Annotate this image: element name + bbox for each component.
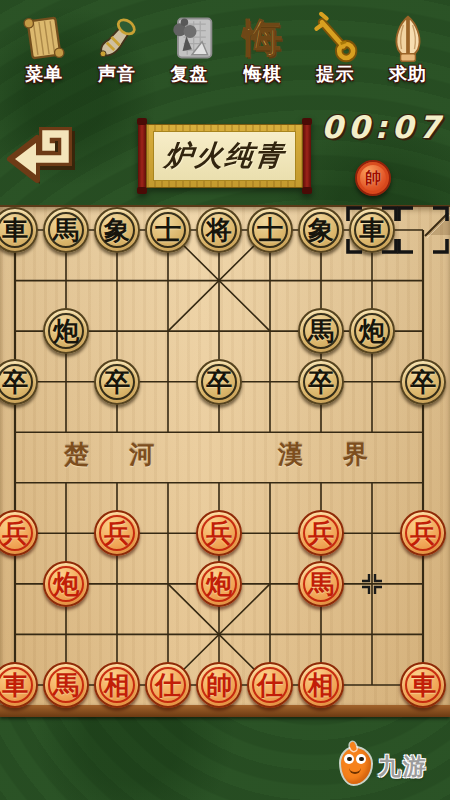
piece-char: 炮 [53, 571, 79, 597]
horn-icon [91, 10, 143, 66]
xiangqi-board[interactable]: 楚河 漢界 車馬象士将士象車炮馬炮卒卒卒卒卒兵兵兵兵兵炮炮馬車馬相仕帥仕相車 [0, 205, 450, 705]
piece-red-仕[interactable]: 仕 [145, 662, 191, 708]
piece-red-兵[interactable]: 兵 [196, 510, 242, 556]
piece-black-炮[interactable]: 炮 [349, 308, 395, 354]
piece-black-炮[interactable]: 炮 [43, 308, 89, 354]
piece-char: 兵 [2, 520, 28, 546]
piece-char: 炮 [206, 571, 232, 597]
piece-char: 兵 [104, 520, 130, 546]
piece-char: 車 [2, 672, 28, 698]
back-button[interactable] [6, 118, 84, 184]
piece-char: 兵 [206, 520, 232, 546]
piece-char: 卒 [206, 369, 232, 395]
piece-red-馬[interactable]: 馬 [43, 662, 89, 708]
sound-button[interactable]: 声音 [83, 10, 151, 86]
praying-hands-icon [382, 10, 434, 66]
piece-black-馬[interactable]: 馬 [298, 308, 344, 354]
piece-char: 象 [104, 217, 130, 243]
piece-red-相[interactable]: 相 [298, 662, 344, 708]
piece-char: 兵 [308, 520, 334, 546]
piece-char: 卒 [410, 369, 436, 395]
piece-char: 車 [410, 672, 436, 698]
piece-char: 車 [2, 217, 28, 243]
piece-black-士[interactable]: 士 [247, 207, 293, 253]
piece-char: 帥 [206, 672, 232, 698]
piece-char: 馬 [308, 318, 334, 344]
menu-label: 菜单 [25, 62, 63, 86]
piece-black-象[interactable]: 象 [298, 207, 344, 253]
undo-label: 悔棋 [243, 62, 281, 86]
piece-char: 仕 [155, 672, 181, 698]
piece-black-卒[interactable]: 卒 [196, 359, 242, 405]
regret-tile-icon: 悔 悔 [236, 10, 288, 66]
piece-char: 馬 [53, 672, 79, 698]
piece-red-仕[interactable]: 仕 [247, 662, 293, 708]
piece-black-卒[interactable]: 卒 [94, 359, 140, 405]
piece-black-卒[interactable]: 卒 [298, 359, 344, 405]
piece-char: 相 [308, 672, 334, 698]
piece-char: 炮 [53, 318, 79, 344]
replay-board-icon [164, 10, 216, 66]
level-title: 炉火纯青 [163, 137, 287, 175]
piece-char: 車 [359, 217, 385, 243]
piece-char: 馬 [308, 571, 334, 597]
piece-char: 将 [206, 217, 232, 243]
river-label-right: 漢界 [278, 438, 382, 471]
piece-red-兵[interactable]: 兵 [400, 510, 446, 556]
board-corner-fold [425, 213, 450, 238]
piece-red-車[interactable]: 車 [400, 662, 446, 708]
help-button[interactable]: 求助 [374, 10, 442, 86]
level-banner: 炉火纯青 [138, 121, 311, 191]
piece-black-馬[interactable]: 馬 [43, 207, 89, 253]
piece-red-馬[interactable]: 馬 [298, 561, 344, 607]
replay-button[interactable]: 复盘 [156, 10, 224, 86]
piece-char: 兵 [410, 520, 436, 546]
piece-char: 卒 [104, 369, 130, 395]
turn-indicator-char: 帥 [365, 168, 381, 189]
piece-black-車[interactable]: 車 [349, 207, 395, 253]
game-timer: 00:07 [295, 109, 445, 145]
piece-red-兵[interactable]: 兵 [94, 510, 140, 556]
hint-button[interactable]: 提示 [301, 10, 369, 86]
back-arrow-icon [6, 118, 84, 184]
piece-char: 卒 [2, 369, 28, 395]
jiuyou-mascot-icon [341, 748, 371, 784]
hint-label: 提示 [316, 62, 354, 86]
piece-red-相[interactable]: 相 [94, 662, 140, 708]
piece-char: 相 [104, 672, 130, 698]
toolbar: 菜单 声音 复盘 悔 悔 悔棋 [0, 10, 450, 86]
piece-black-将[interactable]: 将 [196, 207, 242, 253]
banner-left-roller [138, 121, 146, 191]
key-icon [309, 10, 361, 66]
piece-char: 馬 [53, 217, 79, 243]
sound-label: 声音 [98, 62, 136, 86]
scroll-icon [18, 10, 70, 66]
piece-red-兵[interactable]: 兵 [298, 510, 344, 556]
piece-black-士[interactable]: 士 [145, 207, 191, 253]
piece-char: 象 [308, 217, 334, 243]
banner-frame: 炉火纯青 [146, 124, 303, 188]
menu-button[interactable]: 菜单 [10, 10, 78, 86]
piece-black-象[interactable]: 象 [94, 207, 140, 253]
xiangqi-game-screen: { "game": "xiangqi", "title_banner": "炉火… [0, 0, 450, 800]
piece-char: 士 [257, 217, 283, 243]
piece-red-炮[interactable]: 炮 [43, 561, 89, 607]
replay-label: 复盘 [171, 62, 209, 86]
turn-indicator-badge: 帥 [355, 160, 391, 196]
piece-black-卒[interactable]: 卒 [400, 359, 446, 405]
jiuyou-logo: 九游 [341, 748, 428, 784]
undo-move-button[interactable]: 悔 悔 悔棋 [228, 10, 296, 86]
river-label-left: 楚河 [64, 438, 168, 471]
piece-red-帥[interactable]: 帥 [196, 662, 242, 708]
piece-char: 仕 [257, 672, 283, 698]
piece-red-炮[interactable]: 炮 [196, 561, 242, 607]
piece-char: 炮 [359, 318, 385, 344]
banner-paper: 炉火纯青 [153, 131, 296, 181]
piece-char: 士 [155, 217, 181, 243]
help-label: 求助 [389, 62, 427, 86]
jiuyou-logo-text: 九游 [378, 751, 428, 782]
piece-char: 卒 [308, 369, 334, 395]
svg-text:悔: 悔 [241, 15, 282, 60]
